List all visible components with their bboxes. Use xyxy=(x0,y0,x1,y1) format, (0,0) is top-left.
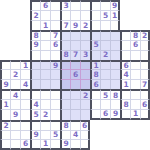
empty-cell[interactable] xyxy=(50,109,60,120)
given-digit-cell: 4 xyxy=(120,69,130,79)
empty-cell[interactable] xyxy=(80,99,90,109)
given-digit-cell: 6 xyxy=(120,60,130,70)
empty-cell[interactable] xyxy=(40,79,50,89)
given-digit-cell: 8 xyxy=(110,89,120,99)
given-digit-cell: 3 xyxy=(60,0,70,10)
void-cell xyxy=(20,0,30,10)
empty-cell[interactable] xyxy=(130,89,140,99)
given-digit-cell: 6 xyxy=(100,109,110,120)
void-cell xyxy=(90,139,100,150)
given-digit-cell: 7 xyxy=(70,50,80,60)
empty-cell[interactable] xyxy=(100,30,110,40)
given-digit-cell: 3 xyxy=(80,50,90,60)
empty-cell[interactable] xyxy=(0,89,10,99)
void-cell xyxy=(0,40,10,50)
empty-cell[interactable] xyxy=(50,120,60,130)
empty-cell[interactable] xyxy=(70,40,80,50)
empty-cell[interactable] xyxy=(90,50,100,60)
empty-cell[interactable] xyxy=(0,130,10,140)
empty-cell[interactable] xyxy=(60,10,70,20)
given-digit-cell: 8 xyxy=(60,50,70,60)
empty-cell[interactable] xyxy=(70,99,80,109)
empty-cell[interactable] xyxy=(90,30,100,40)
void-cell xyxy=(10,20,20,30)
empty-cell[interactable] xyxy=(140,109,150,120)
empty-cell[interactable] xyxy=(100,60,110,70)
empty-cell[interactable] xyxy=(40,10,50,20)
empty-cell[interactable] xyxy=(130,79,140,89)
given-digit-cell: 5 xyxy=(50,130,60,140)
sudoku-board: 6392511792878296568732191626849461742581… xyxy=(0,0,150,150)
given-digit-cell: 9 xyxy=(60,139,70,150)
empty-cell[interactable] xyxy=(40,99,50,109)
given-digit-cell: 9 xyxy=(0,79,10,89)
given-digit-cell: 2 xyxy=(30,10,40,20)
empty-cell[interactable] xyxy=(120,50,130,60)
given-digit-cell: 6 xyxy=(40,0,50,10)
empty-cell[interactable] xyxy=(20,109,30,120)
empty-cell[interactable] xyxy=(10,139,20,150)
empty-cell[interactable] xyxy=(80,109,90,120)
empty-cell[interactable] xyxy=(90,20,100,30)
empty-cell[interactable] xyxy=(60,89,70,99)
given-digit-cell: 1 xyxy=(20,60,30,70)
empty-cell[interactable] xyxy=(70,0,80,10)
given-digit-cell: 8 xyxy=(60,120,70,130)
void-cell xyxy=(130,20,140,30)
given-digit-cell: 4 xyxy=(30,99,40,109)
empty-cell[interactable] xyxy=(140,69,150,79)
void-cell xyxy=(20,30,30,40)
empty-cell[interactable] xyxy=(40,130,50,140)
empty-cell[interactable] xyxy=(90,0,100,10)
empty-cell[interactable] xyxy=(80,60,90,70)
empty-cell[interactable] xyxy=(40,69,50,79)
empty-cell[interactable] xyxy=(140,50,150,60)
empty-cell[interactable] xyxy=(110,30,120,40)
given-digit-cell: 2 xyxy=(40,109,50,120)
empty-cell[interactable] xyxy=(120,109,130,120)
empty-cell[interactable] xyxy=(60,130,70,140)
empty-cell[interactable] xyxy=(20,120,30,130)
empty-cell[interactable] xyxy=(10,130,20,140)
empty-cell[interactable] xyxy=(0,60,10,70)
void-cell xyxy=(100,130,110,140)
void-cell xyxy=(20,50,30,60)
empty-cell[interactable] xyxy=(20,69,30,79)
given-digit-cell: 8 xyxy=(130,30,140,40)
empty-cell[interactable] xyxy=(50,10,60,20)
empty-cell[interactable] xyxy=(50,79,60,89)
void-cell xyxy=(10,10,20,20)
void-cell xyxy=(0,0,10,10)
void-cell xyxy=(140,10,150,20)
empty-cell[interactable] xyxy=(70,79,80,89)
empty-cell[interactable] xyxy=(70,109,80,120)
empty-cell[interactable] xyxy=(80,10,90,20)
given-digit-cell: 7 xyxy=(140,79,150,89)
void-cell xyxy=(20,40,30,50)
empty-cell[interactable] xyxy=(70,10,80,20)
void-cell xyxy=(130,0,140,10)
empty-cell[interactable] xyxy=(30,139,40,150)
void-cell xyxy=(10,40,20,50)
empty-cell[interactable] xyxy=(40,120,50,130)
empty-cell[interactable] xyxy=(30,0,40,10)
given-digit-cell: 5 xyxy=(30,109,40,120)
given-digit-cell: 4 xyxy=(70,130,80,140)
given-digit-cell: 2 xyxy=(140,30,150,40)
empty-cell[interactable] xyxy=(10,99,20,109)
empty-cell[interactable] xyxy=(0,69,10,79)
given-digit-cell: 6 xyxy=(70,69,80,79)
empty-cell[interactable] xyxy=(140,40,150,50)
empty-cell[interactable] xyxy=(60,60,70,70)
void-cell xyxy=(120,20,130,30)
empty-cell[interactable] xyxy=(70,60,80,70)
empty-cell[interactable] xyxy=(80,0,90,10)
empty-cell[interactable] xyxy=(100,40,110,50)
given-digit-cell: 5 xyxy=(100,89,110,99)
given-digit-cell: 9 xyxy=(30,130,40,140)
empty-cell[interactable] xyxy=(30,89,40,99)
empty-cell[interactable] xyxy=(40,60,50,70)
empty-cell[interactable] xyxy=(40,89,50,99)
empty-cell[interactable] xyxy=(50,99,60,109)
empty-cell[interactable] xyxy=(110,20,120,30)
empty-cell[interactable] xyxy=(90,10,100,20)
given-digit-cell: 8 xyxy=(120,99,130,109)
given-digit-cell: 1 xyxy=(40,20,50,30)
empty-cell[interactable] xyxy=(130,69,140,79)
empty-cell[interactable] xyxy=(60,109,70,120)
empty-cell[interactable] xyxy=(30,20,40,30)
empty-cell[interactable] xyxy=(140,89,150,99)
empty-cell[interactable] xyxy=(110,79,120,89)
empty-cell[interactable] xyxy=(60,40,70,50)
empty-cell[interactable] xyxy=(30,60,40,70)
empty-cell[interactable] xyxy=(90,99,100,109)
void-cell xyxy=(110,130,120,140)
empty-cell[interactable] xyxy=(10,79,20,89)
void-cell xyxy=(120,0,130,10)
void-cell xyxy=(140,0,150,10)
empty-cell[interactable] xyxy=(70,120,80,130)
void-cell xyxy=(90,130,100,140)
void-cell xyxy=(120,10,130,20)
empty-cell[interactable] xyxy=(130,50,140,60)
empty-cell[interactable] xyxy=(40,50,50,60)
empty-cell[interactable] xyxy=(80,40,90,50)
empty-cell[interactable] xyxy=(110,50,120,60)
empty-cell[interactable] xyxy=(120,40,130,50)
empty-cell[interactable] xyxy=(0,109,10,120)
given-digit-cell: 2 xyxy=(80,89,90,99)
empty-cell[interactable] xyxy=(70,30,80,40)
given-digit-cell: 9 xyxy=(110,109,120,120)
given-digit-cell: 9 xyxy=(70,20,80,30)
empty-cell[interactable] xyxy=(70,139,80,150)
given-digit-cell: 1 xyxy=(120,79,130,89)
void-cell xyxy=(130,10,140,20)
given-digit-cell: 1 xyxy=(40,139,50,150)
empty-cell[interactable] xyxy=(80,130,90,140)
given-digit-cell: 6 xyxy=(20,139,30,150)
empty-cell[interactable] xyxy=(30,50,40,60)
empty-cell[interactable] xyxy=(80,79,90,89)
void-cell xyxy=(100,120,110,130)
given-digit-cell: 1 xyxy=(0,99,10,109)
void-cell xyxy=(140,120,150,130)
void-cell xyxy=(110,120,120,130)
empty-cell[interactable] xyxy=(60,69,70,79)
empty-cell[interactable] xyxy=(90,109,100,120)
empty-cell[interactable] xyxy=(90,89,100,99)
given-digit-cell: 9 xyxy=(30,40,40,50)
empty-cell[interactable] xyxy=(30,69,40,79)
empty-cell[interactable] xyxy=(130,99,140,109)
void-cell xyxy=(140,130,150,140)
empty-cell[interactable] xyxy=(40,30,50,40)
empty-cell[interactable] xyxy=(110,60,120,70)
void-cell xyxy=(20,10,30,20)
void-cell xyxy=(140,20,150,30)
given-digit-cell: 2 xyxy=(100,50,110,60)
given-digit-cell: 1 xyxy=(90,60,100,70)
given-digit-cell: 7 xyxy=(60,20,70,30)
given-digit-cell: 4 xyxy=(20,79,30,89)
given-digit-cell: 9 xyxy=(50,60,60,70)
given-digit-cell: 7 xyxy=(50,30,60,40)
empty-cell[interactable] xyxy=(100,99,110,109)
given-digit-cell: 8 xyxy=(90,69,100,79)
given-digit-cell: 2 xyxy=(10,69,20,79)
empty-cell[interactable] xyxy=(50,0,60,10)
empty-cell[interactable] xyxy=(50,20,60,30)
empty-cell[interactable] xyxy=(100,69,110,79)
empty-cell[interactable] xyxy=(10,60,20,70)
empty-cell[interactable] xyxy=(30,79,40,89)
given-digit-cell: 6 xyxy=(50,40,60,50)
given-digit-cell: 6 xyxy=(90,79,100,89)
empty-cell[interactable] xyxy=(10,120,20,130)
given-digit-cell: 6 xyxy=(140,99,150,109)
void-cell xyxy=(90,120,100,130)
empty-cell[interactable] xyxy=(20,99,30,109)
empty-cell[interactable] xyxy=(0,139,10,150)
void-cell xyxy=(110,139,120,150)
empty-cell[interactable] xyxy=(50,50,60,60)
given-digit-cell: 8 xyxy=(30,30,40,40)
empty-cell[interactable] xyxy=(140,60,150,70)
empty-cell[interactable] xyxy=(110,69,120,79)
empty-cell[interactable] xyxy=(30,120,40,130)
empty-cell[interactable] xyxy=(120,89,130,99)
empty-cell[interactable] xyxy=(80,139,90,150)
given-digit-cell: 5 xyxy=(100,10,110,20)
puzzle-thumbnail: 6392511792878296568732191626849461742581… xyxy=(0,0,150,150)
empty-cell[interactable] xyxy=(110,40,120,50)
empty-cell[interactable] xyxy=(50,69,60,79)
void-cell xyxy=(140,139,150,150)
empty-cell[interactable] xyxy=(80,30,90,40)
empty-cell[interactable] xyxy=(100,0,110,10)
given-digit-cell: 6 xyxy=(80,120,90,130)
empty-cell[interactable] xyxy=(20,130,30,140)
empty-cell[interactable] xyxy=(100,79,110,89)
void-cell xyxy=(0,30,10,40)
void-cell xyxy=(100,139,110,150)
empty-cell[interactable] xyxy=(120,30,130,40)
void-cell xyxy=(0,50,10,60)
given-digit-cell: 1 xyxy=(130,109,140,120)
void-cell xyxy=(20,20,30,30)
given-digit-cell: 5 xyxy=(90,40,100,50)
empty-cell[interactable] xyxy=(50,139,60,150)
void-cell xyxy=(10,50,20,60)
empty-cell[interactable] xyxy=(100,20,110,30)
empty-cell[interactable] xyxy=(110,99,120,109)
given-digit-cell: 9 xyxy=(110,0,120,10)
given-digit-cell: 1 xyxy=(110,10,120,20)
void-cell xyxy=(120,130,130,140)
void-cell xyxy=(120,120,130,130)
void-cell xyxy=(0,20,10,30)
empty-cell[interactable] xyxy=(50,89,60,99)
void-cell xyxy=(130,120,140,130)
void-cell xyxy=(120,139,130,150)
void-cell xyxy=(130,130,140,140)
empty-cell[interactable] xyxy=(130,60,140,70)
given-digit-cell: 6 xyxy=(130,40,140,50)
given-digit-cell: 2 xyxy=(0,120,10,130)
void-cell xyxy=(130,139,140,150)
given-digit-cell: 9 xyxy=(10,109,20,120)
given-digit-cell: 4 xyxy=(10,89,20,99)
void-cell xyxy=(10,0,20,10)
empty-cell[interactable] xyxy=(20,89,30,99)
empty-cell[interactable] xyxy=(70,89,80,99)
empty-cell[interactable] xyxy=(80,69,90,79)
given-digit-cell: 2 xyxy=(80,20,90,30)
void-cell xyxy=(10,30,20,40)
empty-cell[interactable] xyxy=(60,99,70,109)
empty-cell[interactable] xyxy=(60,30,70,40)
empty-cell[interactable] xyxy=(40,40,50,50)
empty-cell[interactable] xyxy=(60,79,70,89)
void-cell xyxy=(0,10,10,20)
